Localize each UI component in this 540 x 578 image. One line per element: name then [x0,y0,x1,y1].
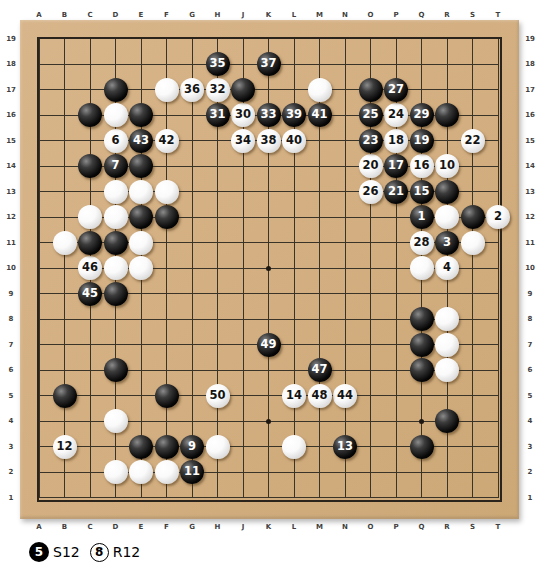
stone-F17 [155,78,179,102]
star-point [419,419,424,424]
stone-R10: 4 [435,256,459,280]
stone-Q8 [410,307,434,331]
row-label: 12 [6,213,16,221]
stone-D9 [104,282,128,306]
caption-move-coord: S12 [53,544,80,560]
stone-T12: 2 [486,205,510,229]
stone-L3 [282,435,306,459]
row-label: 8 [9,315,14,323]
row-label: 13 [525,188,535,196]
stone-number: 21 [388,186,404,198]
stone-K18: 37 [257,52,281,76]
stone-number: 14 [286,390,302,402]
stone-number: 7 [111,160,119,172]
stone-number: 44 [337,390,353,402]
row-label: 4 [9,417,14,425]
col-label: Q [419,523,425,531]
row-label: 4 [528,417,533,425]
col-label: T [496,523,501,531]
stone-E12 [129,205,153,229]
caption-black-stone-icon: 5 [29,542,49,562]
stone-O16: 25 [359,103,383,127]
stone-number: 20 [362,160,378,172]
stone-S12 [461,205,485,229]
stone-number: 23 [362,135,378,147]
stone-number: 37 [260,58,276,70]
stone-N3: 13 [333,435,357,459]
star-point [266,266,271,271]
stone-number: 47 [311,364,327,376]
col-label: S [470,523,475,531]
stone-number: 4 [443,262,451,274]
col-label: J [242,523,245,531]
row-label: 16 [6,111,16,119]
col-label: E [139,523,144,531]
stone-O17 [359,78,383,102]
stone-number: 25 [362,109,378,121]
stone-D11 [104,231,128,255]
stone-O15: 23 [359,129,383,153]
stone-E10 [129,256,153,280]
col-label: Q [419,11,425,19]
stone-C12 [78,205,102,229]
col-label: H [215,11,221,19]
row-label: 18 [525,60,535,68]
col-label: J [242,11,245,19]
stone-number: 28 [413,237,429,249]
stone-M6: 47 [308,358,332,382]
col-label: H [215,523,221,531]
stone-E11 [129,231,153,255]
stone-G2: 11 [180,460,204,484]
stone-number: 43 [133,135,149,147]
stone-number: 34 [235,135,251,147]
stone-number: 45 [82,288,98,300]
col-label: P [393,11,398,19]
row-label: 1 [528,494,533,502]
row-label: 1 [9,494,14,502]
stone-number: 3 [443,237,451,249]
row-label: 2 [528,468,533,476]
stone-number: 19 [413,135,429,147]
stone-D15: 6 [104,129,128,153]
row-label: 10 [525,264,535,272]
stone-D17 [104,78,128,102]
stone-number: 11 [184,466,200,478]
stone-R14: 10 [435,154,459,178]
stone-R13 [435,180,459,204]
stone-H18: 35 [206,52,230,76]
row-label: 17 [6,86,16,94]
stone-F5 [155,384,179,408]
col-label: M [316,523,323,531]
stone-number: 17 [388,160,404,172]
stone-number: 30 [235,109,251,121]
stone-R7 [435,333,459,357]
row-label: 9 [528,290,533,298]
caption: 5 S12 8 R12 [29,541,146,563]
stone-R4 [435,409,459,433]
caption-move-number: 5 [35,545,43,559]
stone-F12 [155,205,179,229]
stone-E16 [129,103,153,127]
col-label: G [189,11,195,19]
stone-number: 13 [337,441,353,453]
row-label: 11 [525,239,535,247]
stone-number: 49 [260,339,276,351]
stone-Q14: 16 [410,154,434,178]
row-label: 6 [528,366,533,374]
stone-E3 [129,435,153,459]
row-label: 11 [6,239,16,247]
stone-L15: 40 [282,129,306,153]
stone-G17: 36 [180,78,204,102]
row-label: 15 [6,137,16,145]
stone-Q6 [410,358,434,382]
col-label: N [342,523,348,531]
stone-number: 16 [413,160,429,172]
stone-R12 [435,205,459,229]
stone-number: 31 [209,109,225,121]
col-label: R [444,11,449,19]
stone-number: 29 [413,109,429,121]
row-label: 19 [6,35,16,43]
stone-O13: 26 [359,180,383,204]
col-label: O [368,523,374,531]
stone-S11 [461,231,485,255]
stone-P15: 18 [384,129,408,153]
stone-number: 15 [413,186,429,198]
stone-Q16: 29 [410,103,434,127]
stone-M17 [308,78,332,102]
row-label: 5 [528,392,533,400]
col-label: F [164,11,169,19]
stone-number: 12 [56,441,72,453]
col-label: S [470,11,475,19]
row-label: 6 [9,366,14,374]
stone-G3: 9 [180,435,204,459]
stone-number: 1 [417,211,425,223]
stone-L5: 14 [282,384,306,408]
col-label: R [444,523,449,531]
stone-number: 26 [362,186,378,198]
caption-white-stone-icon: 8 [90,543,109,562]
stone-K15: 38 [257,129,281,153]
col-label: D [113,523,119,531]
row-label: 17 [525,86,535,94]
stone-P17: 27 [384,78,408,102]
col-label: K [266,523,271,531]
stone-C11 [78,231,102,255]
row-label: 18 [6,60,16,68]
stone-C16 [78,103,102,127]
stone-number: 2 [494,211,502,223]
stone-number: 41 [311,109,327,121]
stone-Q7 [410,333,434,357]
stone-Q3 [410,435,434,459]
row-label: 13 [6,188,16,196]
stone-D13 [104,180,128,204]
stone-number: 46 [82,262,98,274]
stone-Q13: 15 [410,180,434,204]
stone-number: 36 [184,84,200,96]
stone-R8 [435,307,459,331]
col-label: E [139,11,144,19]
stone-R16 [435,103,459,127]
stone-number: 39 [286,109,302,121]
stone-D6 [104,358,128,382]
stone-F15: 42 [155,129,179,153]
stone-Q12: 1 [410,205,434,229]
stone-M16: 41 [308,103,332,127]
go-kifu-diagram: AABBCCDDEEFFGGHHJJKKLLMMNNOOPPQQRRSSTT19… [0,0,540,578]
stone-F2 [155,460,179,484]
stone-H3 [206,435,230,459]
row-label: 16 [525,111,535,119]
stone-Q15: 19 [410,129,434,153]
col-label: P [393,523,398,531]
stone-number: 18 [388,135,404,147]
stone-J15: 34 [231,129,255,153]
stone-E2 [129,460,153,484]
caption-move-coord: R12 [113,544,141,560]
star-point [266,419,271,424]
stone-H16: 31 [206,103,230,127]
row-label: 19 [525,35,535,43]
col-label: A [36,11,41,19]
row-label: 3 [9,443,14,451]
stone-F13 [155,180,179,204]
row-label: 14 [525,162,535,170]
row-label: 14 [6,162,16,170]
stone-E14 [129,154,153,178]
stone-F3 [155,435,179,459]
stone-number: 10 [439,160,455,172]
row-label: 3 [528,443,533,451]
row-label: 10 [6,264,16,272]
stone-D10 [104,256,128,280]
row-label: 2 [9,468,14,476]
stone-R11: 3 [435,231,459,255]
stone-number: 42 [158,135,174,147]
stone-H17: 32 [206,78,230,102]
stone-L16: 39 [282,103,306,127]
stone-E15: 43 [129,129,153,153]
row-label: 15 [525,137,535,145]
stone-C9: 45 [78,282,102,306]
col-label: L [292,11,296,19]
stone-K7: 49 [257,333,281,357]
col-label: T [496,11,501,19]
col-label: O [368,11,374,19]
stone-number: 24 [388,109,404,121]
row-label: 7 [9,341,14,349]
col-label: A [36,523,41,531]
stone-D4 [104,409,128,433]
stone-number: 38 [260,135,276,147]
stone-number: 22 [464,135,480,147]
col-label: C [87,523,92,531]
stone-Q11: 28 [410,231,434,255]
stone-number: 40 [286,135,302,147]
col-label: L [292,523,296,531]
stone-number: 32 [209,84,225,96]
stone-C14 [78,154,102,178]
stone-B3: 12 [53,435,77,459]
col-label: M [316,11,323,19]
caption-move-number: 8 [95,545,103,559]
stone-number: 33 [260,109,276,121]
row-label: 12 [525,213,535,221]
col-label: B [62,523,67,531]
col-label: N [342,11,348,19]
stone-C10: 46 [78,256,102,280]
stone-K16: 33 [257,103,281,127]
stone-number: 48 [311,390,327,402]
stone-E13 [129,180,153,204]
stone-M5: 48 [308,384,332,408]
stone-H5: 50 [206,384,230,408]
stone-D2 [104,460,128,484]
stone-number: 27 [388,84,404,96]
col-label: C [87,11,92,19]
stone-B5 [53,384,77,408]
stone-number: 50 [209,390,225,402]
stone-number: 9 [188,441,196,453]
row-label: 9 [9,290,14,298]
stone-D16 [104,103,128,127]
stone-number: 6 [111,135,119,147]
stone-O14: 20 [359,154,383,178]
col-label: K [266,11,271,19]
stone-P16: 24 [384,103,408,127]
row-label: 8 [528,315,533,323]
col-label: F [164,523,169,531]
stone-J16: 30 [231,103,255,127]
stone-B11 [53,231,77,255]
stone-R6 [435,358,459,382]
col-label: B [62,11,67,19]
stone-D14: 7 [104,154,128,178]
stone-P13: 21 [384,180,408,204]
stone-Q10 [410,256,434,280]
stone-number: 35 [209,58,225,70]
stone-J17 [231,78,255,102]
stone-S15: 22 [461,129,485,153]
col-label: D [113,11,119,19]
stone-N5: 44 [333,384,357,408]
row-label: 5 [9,392,14,400]
col-label: G [189,523,195,531]
stone-D12 [104,205,128,229]
row-label: 7 [528,341,533,349]
stone-P14: 17 [384,154,408,178]
